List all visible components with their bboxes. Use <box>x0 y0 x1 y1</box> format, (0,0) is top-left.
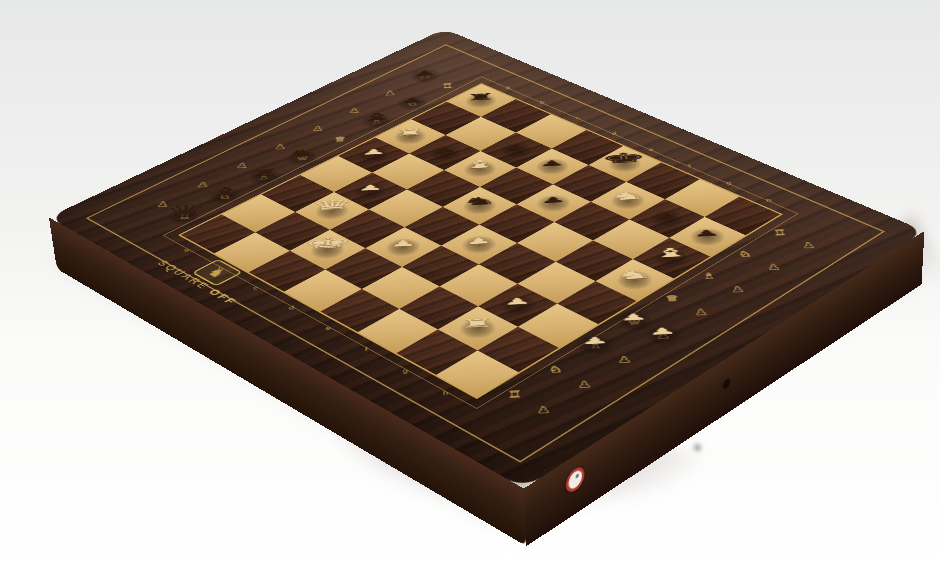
black-king-icon: ♚ <box>600 150 649 166</box>
black-pawn-icon: ♟ <box>540 195 567 204</box>
white-queen-icon: ♛ <box>310 197 355 212</box>
rail-glyph-p: ♟ <box>312 125 324 132</box>
white-pawn-icon: ♟ <box>357 183 383 192</box>
white-pawn-icon: ♟ <box>361 147 387 156</box>
power-button[interactable] <box>566 463 585 496</box>
black-pawn-icon: ♟ <box>503 142 529 150</box>
port-reflection <box>694 444 701 451</box>
black-knight-icon: ♞ <box>461 195 498 207</box>
square-g2[interactable] <box>438 306 518 350</box>
white-rook-icon: ♜ <box>394 127 426 138</box>
rail-glyph-r: ♜ <box>442 82 454 89</box>
rail-glyph-p: ♟ <box>385 90 396 97</box>
board-top-surface: ♜♟♞♟♝♟♛♟♚♟♝♟♞♟♜♟ ♜♟♞♟♝♟♛♟♚♟♝♟♞♟♜♟ aabbcc… <box>49 29 925 489</box>
white-bishop-icon: ♝ <box>461 157 499 170</box>
file-label-a: a <box>505 85 510 89</box>
connector-port[interactable] <box>723 378 729 390</box>
rail-glyph-q: ♛ <box>334 135 346 142</box>
black-pawn-icon: ♟ <box>432 145 458 154</box>
white-knight-icon: ♞ <box>608 189 646 201</box>
file-label-d: d <box>611 131 616 136</box>
file-label-g: g <box>725 180 731 185</box>
square-f3[interactable] <box>440 264 518 306</box>
studio-background: { "game": "chess", "product": "Square Of… <box>0 0 940 564</box>
square-g4[interactable] <box>518 262 596 304</box>
file-label-e: e <box>648 147 654 152</box>
file-label-c: c <box>575 115 580 120</box>
file-label-b: b <box>539 100 544 105</box>
file-label-h: h <box>765 197 771 202</box>
black-rook-icon: ♜ <box>465 91 497 101</box>
file-label-f: f <box>687 163 690 168</box>
rail-glyph-p: ♟ <box>236 162 249 169</box>
square-f2[interactable] <box>399 286 478 329</box>
black-pawn-icon: ♟ <box>539 159 566 168</box>
